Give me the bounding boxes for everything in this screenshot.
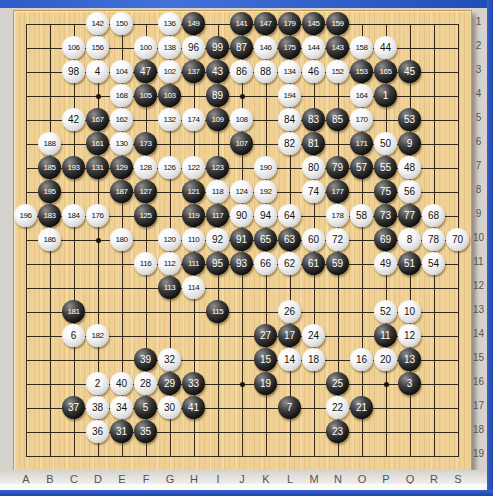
stone-K8: 192 bbox=[254, 180, 277, 203]
stone-M11: 61 bbox=[302, 252, 325, 275]
stone-Q11: 51 bbox=[398, 252, 421, 275]
stone-O4: 164 bbox=[350, 84, 373, 107]
stone-A9: 196 bbox=[14, 204, 37, 227]
stone-K2: 146 bbox=[254, 36, 277, 59]
stone-O3: 153 bbox=[350, 60, 373, 83]
stone-L1: 179 bbox=[278, 12, 301, 35]
stone-E10: 180 bbox=[110, 228, 133, 251]
stone-F9: 125 bbox=[134, 204, 157, 227]
stone-D14: 182 bbox=[86, 324, 109, 347]
stone-J1: 141 bbox=[230, 12, 253, 35]
stone-L4: 194 bbox=[278, 84, 301, 107]
stone-M5: 83 bbox=[302, 108, 325, 131]
stone-D17: 38 bbox=[86, 396, 109, 419]
stone-J5: 108 bbox=[230, 108, 253, 131]
row-labels: 12345678910111213141516171819 bbox=[471, 8, 487, 486]
stone-P10: 69 bbox=[374, 228, 397, 251]
stone-E17: 34 bbox=[110, 396, 133, 419]
stone-J8: 124 bbox=[230, 180, 253, 203]
title-bar-remnant bbox=[0, 0, 493, 8]
stone-F18: 35 bbox=[134, 420, 157, 443]
stone-H16: 33 bbox=[182, 372, 205, 395]
stone-D2: 156 bbox=[86, 36, 109, 59]
stone-Q5: 53 bbox=[398, 108, 421, 131]
stone-H9: 119 bbox=[182, 204, 205, 227]
stone-N9: 178 bbox=[326, 204, 349, 227]
row-label: 12 bbox=[471, 280, 486, 291]
stone-I13: 115 bbox=[206, 300, 229, 323]
stone-F11: 116 bbox=[134, 252, 157, 275]
stone-K16: 19 bbox=[254, 372, 277, 395]
stone-E6: 130 bbox=[110, 132, 133, 155]
stone-G3: 102 bbox=[158, 60, 181, 83]
stone-R10: 78 bbox=[422, 228, 445, 251]
stone-I11: 95 bbox=[206, 252, 229, 275]
stone-H8: 121 bbox=[182, 180, 205, 203]
stone-P15: 20 bbox=[374, 348, 397, 371]
stone-B8: 195 bbox=[38, 180, 61, 203]
stone-E16: 40 bbox=[110, 372, 133, 395]
stone-E18: 31 bbox=[110, 420, 133, 443]
stone-M10: 60 bbox=[302, 228, 325, 251]
row-label: 5 bbox=[471, 112, 486, 123]
stone-E1: 150 bbox=[110, 12, 133, 35]
stone-Q16: 3 bbox=[398, 372, 421, 395]
stone-H1: 149 bbox=[182, 12, 205, 35]
row-label: 6 bbox=[471, 136, 486, 147]
stone-Q7: 48 bbox=[398, 156, 421, 179]
stone-F7: 128 bbox=[134, 156, 157, 179]
stone-C14: 6 bbox=[62, 324, 85, 347]
stone-L15: 14 bbox=[278, 348, 301, 371]
row-label: 11 bbox=[471, 256, 486, 267]
stone-J3: 86 bbox=[230, 60, 253, 83]
stone-H3: 137 bbox=[182, 60, 205, 83]
stone-H12: 114 bbox=[182, 276, 205, 299]
stone-N1: 159 bbox=[326, 12, 349, 35]
stone-C5: 42 bbox=[62, 108, 85, 131]
stone-J10: 91 bbox=[230, 228, 253, 251]
stone-I7: 123 bbox=[206, 156, 229, 179]
stone-S10: 70 bbox=[446, 228, 469, 251]
stone-M3: 46 bbox=[302, 60, 325, 83]
stone-G15: 32 bbox=[158, 348, 181, 371]
stone-G17: 30 bbox=[158, 396, 181, 419]
row-label: 7 bbox=[471, 160, 486, 171]
stone-L6: 82 bbox=[278, 132, 301, 155]
stone-I10: 92 bbox=[206, 228, 229, 251]
stone-Q14: 12 bbox=[398, 324, 421, 347]
star-point bbox=[240, 382, 245, 387]
stone-N17: 22 bbox=[326, 396, 349, 419]
stone-C2: 106 bbox=[62, 36, 85, 59]
stone-D18: 36 bbox=[86, 420, 109, 443]
stone-O7: 57 bbox=[350, 156, 373, 179]
stone-L9: 64 bbox=[278, 204, 301, 227]
stone-H11: 111 bbox=[182, 252, 205, 275]
stone-L17: 7 bbox=[278, 396, 301, 419]
stone-M7: 80 bbox=[302, 156, 325, 179]
stone-E3: 104 bbox=[110, 60, 133, 83]
stone-I9: 117 bbox=[206, 204, 229, 227]
stone-I4: 89 bbox=[206, 84, 229, 107]
stone-G4: 103 bbox=[158, 84, 181, 107]
stone-F17: 5 bbox=[134, 396, 157, 419]
stone-O6: 171 bbox=[350, 132, 373, 155]
stone-Q8: 56 bbox=[398, 180, 421, 203]
stone-O15: 16 bbox=[350, 348, 373, 371]
stone-M15: 18 bbox=[302, 348, 325, 371]
grid-line bbox=[26, 456, 459, 457]
stone-K9: 94 bbox=[254, 204, 277, 227]
stone-C7: 193 bbox=[62, 156, 85, 179]
stone-D9: 176 bbox=[86, 204, 109, 227]
row-label: 9 bbox=[471, 208, 486, 219]
row-label: 2 bbox=[471, 40, 486, 51]
stone-O17: 21 bbox=[350, 396, 373, 419]
star-point bbox=[96, 238, 101, 243]
stone-P4: 1 bbox=[374, 84, 397, 107]
stone-F3: 47 bbox=[134, 60, 157, 83]
stone-E4: 168 bbox=[110, 84, 133, 107]
stone-E8: 187 bbox=[110, 180, 133, 203]
stone-K10: 65 bbox=[254, 228, 277, 251]
stone-K1: 147 bbox=[254, 12, 277, 35]
row-label: 8 bbox=[471, 184, 486, 195]
stone-M14: 24 bbox=[302, 324, 325, 347]
stone-G1: 136 bbox=[158, 12, 181, 35]
stone-N10: 72 bbox=[326, 228, 349, 251]
stone-L10: 63 bbox=[278, 228, 301, 251]
stone-J9: 90 bbox=[230, 204, 253, 227]
star-point bbox=[96, 94, 101, 99]
stone-L5: 84 bbox=[278, 108, 301, 131]
stone-O5: 170 bbox=[350, 108, 373, 131]
stone-E7: 129 bbox=[110, 156, 133, 179]
stone-H17: 41 bbox=[182, 396, 205, 419]
stone-C17: 37 bbox=[62, 396, 85, 419]
stone-I2: 99 bbox=[206, 36, 229, 59]
stone-N3: 152 bbox=[326, 60, 349, 83]
stone-B10: 186 bbox=[38, 228, 61, 251]
stone-P8: 75 bbox=[374, 180, 397, 203]
stone-M6: 81 bbox=[302, 132, 325, 155]
star-point bbox=[384, 382, 389, 387]
row-label: 14 bbox=[471, 328, 486, 339]
stone-C13: 181 bbox=[62, 300, 85, 323]
stone-L11: 62 bbox=[278, 252, 301, 275]
stone-F6: 173 bbox=[134, 132, 157, 155]
stone-N16: 25 bbox=[326, 372, 349, 395]
stone-M1: 145 bbox=[302, 12, 325, 35]
stone-J11: 93 bbox=[230, 252, 253, 275]
stone-Q13: 10 bbox=[398, 300, 421, 323]
stone-D7: 131 bbox=[86, 156, 109, 179]
vertical-scrollbar[interactable] bbox=[487, 0, 493, 496]
stone-C9: 184 bbox=[62, 204, 85, 227]
stone-N2: 143 bbox=[326, 36, 349, 59]
go-app-window: 1421501361491411471791451591061561001389… bbox=[0, 0, 493, 496]
row-label: 4 bbox=[471, 88, 486, 99]
stone-N7: 79 bbox=[326, 156, 349, 179]
stone-H7: 122 bbox=[182, 156, 205, 179]
stone-O2: 158 bbox=[350, 36, 373, 59]
stone-N11: 59 bbox=[326, 252, 349, 275]
stone-C3: 98 bbox=[62, 60, 85, 83]
stone-I8: 118 bbox=[206, 180, 229, 203]
stone-H2: 96 bbox=[182, 36, 205, 59]
stone-G10: 120 bbox=[158, 228, 181, 251]
stone-Q3: 45 bbox=[398, 60, 421, 83]
stone-Q10: 8 bbox=[398, 228, 421, 251]
stone-D16: 2 bbox=[86, 372, 109, 395]
goban-grid[interactable]: 1421501361491411471791451591061561001389… bbox=[26, 24, 459, 457]
stone-M8: 74 bbox=[302, 180, 325, 203]
stone-D3: 4 bbox=[86, 60, 109, 83]
stone-L14: 17 bbox=[278, 324, 301, 347]
stone-G11: 112 bbox=[158, 252, 181, 275]
row-label: 10 bbox=[471, 232, 486, 243]
stone-N5: 85 bbox=[326, 108, 349, 131]
row-label: 1 bbox=[471, 16, 486, 27]
stone-E5: 162 bbox=[110, 108, 133, 131]
stone-K7: 190 bbox=[254, 156, 277, 179]
stone-B6: 188 bbox=[38, 132, 61, 155]
grid-line bbox=[26, 288, 459, 289]
stone-K11: 66 bbox=[254, 252, 277, 275]
stone-P11: 49 bbox=[374, 252, 397, 275]
row-label: 13 bbox=[471, 304, 486, 315]
stone-B9: 183 bbox=[38, 204, 61, 227]
row-label: 19 bbox=[471, 448, 486, 459]
stone-P9: 73 bbox=[374, 204, 397, 227]
stone-N8: 177 bbox=[326, 180, 349, 203]
stone-P7: 55 bbox=[374, 156, 397, 179]
stone-B7: 185 bbox=[38, 156, 61, 179]
stone-F4: 105 bbox=[134, 84, 157, 107]
stone-P6: 50 bbox=[374, 132, 397, 155]
stone-I5: 109 bbox=[206, 108, 229, 131]
stone-K15: 15 bbox=[254, 348, 277, 371]
stone-J2: 87 bbox=[230, 36, 253, 59]
stone-D5: 167 bbox=[86, 108, 109, 131]
stone-J6: 107 bbox=[230, 132, 253, 155]
row-label: 15 bbox=[471, 352, 486, 363]
stone-F2: 100 bbox=[134, 36, 157, 59]
stone-I3: 43 bbox=[206, 60, 229, 83]
stone-R11: 54 bbox=[422, 252, 445, 275]
stone-Q9: 77 bbox=[398, 204, 421, 227]
stone-H5: 174 bbox=[182, 108, 205, 131]
row-label: 3 bbox=[471, 64, 486, 75]
row-label: 17 bbox=[471, 400, 486, 411]
stone-F15: 39 bbox=[134, 348, 157, 371]
stone-G7: 126 bbox=[158, 156, 181, 179]
horizontal-scrollbar[interactable] bbox=[0, 490, 493, 496]
stone-L3: 134 bbox=[278, 60, 301, 83]
stone-P2: 44 bbox=[374, 36, 397, 59]
row-label: 18 bbox=[471, 424, 486, 435]
stone-L13: 26 bbox=[278, 300, 301, 323]
stone-K3: 88 bbox=[254, 60, 277, 83]
row-label: 16 bbox=[471, 376, 486, 387]
stone-H10: 110 bbox=[182, 228, 205, 251]
star-point bbox=[240, 94, 245, 99]
stone-P3: 165 bbox=[374, 60, 397, 83]
stone-G2: 138 bbox=[158, 36, 181, 59]
stone-O9: 58 bbox=[350, 204, 373, 227]
stone-G5: 132 bbox=[158, 108, 181, 131]
stone-F8: 127 bbox=[134, 180, 157, 203]
stone-N18: 23 bbox=[326, 420, 349, 443]
stone-G12: 113 bbox=[158, 276, 181, 299]
stone-D1: 142 bbox=[86, 12, 109, 35]
stone-Q15: 13 bbox=[398, 348, 421, 371]
stone-P13: 52 bbox=[374, 300, 397, 323]
stone-K14: 27 bbox=[254, 324, 277, 347]
stone-L2: 175 bbox=[278, 36, 301, 59]
stone-P14: 11 bbox=[374, 324, 397, 347]
stone-G16: 29 bbox=[158, 372, 181, 395]
stone-F16: 28 bbox=[134, 372, 157, 395]
stone-D6: 161 bbox=[86, 132, 109, 155]
stone-Q6: 9 bbox=[398, 132, 421, 155]
stone-R9: 68 bbox=[422, 204, 445, 227]
stone-M2: 144 bbox=[302, 36, 325, 59]
